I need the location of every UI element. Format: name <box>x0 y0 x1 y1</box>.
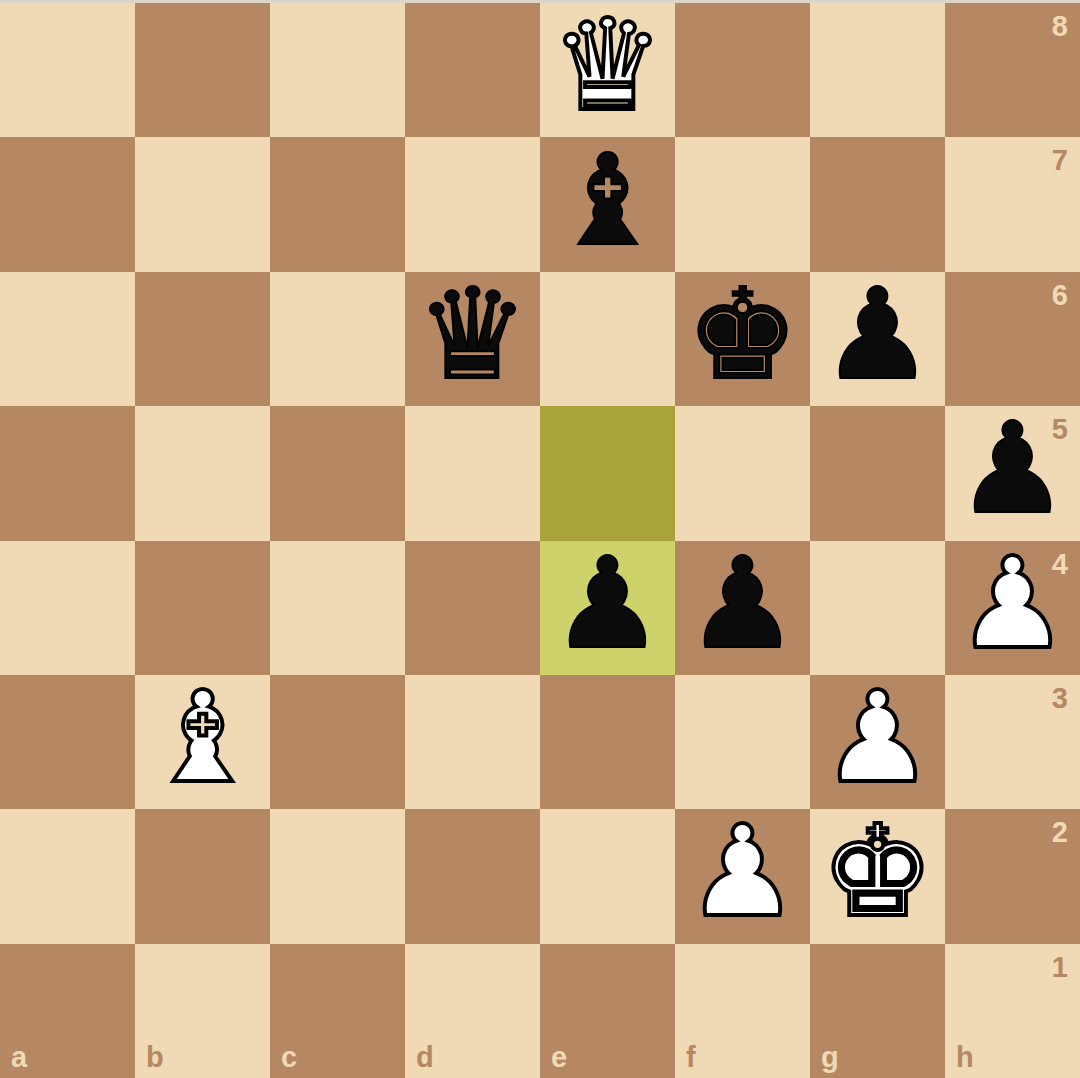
square-c6[interactable] <box>270 272 405 406</box>
square-h1[interactable]: 1h <box>945 944 1080 1078</box>
square-a3[interactable] <box>0 675 135 809</box>
square-b3[interactable]: ♝ <box>135 675 270 809</box>
white-pawn-icon[interactable]: ♟ <box>821 675 934 801</box>
white-bishop-icon[interactable]: ♝ <box>146 675 259 801</box>
file-label-d: d <box>416 1043 434 1072</box>
white-queen-icon[interactable]: ♛ <box>551 3 664 129</box>
square-g3[interactable]: ♟ <box>810 675 945 809</box>
square-b7[interactable] <box>135 137 270 271</box>
square-d8[interactable] <box>405 3 540 137</box>
square-a2[interactable] <box>0 809 135 943</box>
square-d5[interactable] <box>405 406 540 540</box>
square-e2[interactable] <box>540 809 675 943</box>
black-king-icon[interactable]: ♚ <box>686 272 799 398</box>
black-queen-icon[interactable]: ♛ <box>416 272 529 398</box>
square-h5[interactable]: ♟5 <box>945 406 1080 540</box>
square-d6[interactable]: ♛ <box>405 272 540 406</box>
file-label-e: e <box>551 1043 567 1072</box>
square-d1[interactable]: d <box>405 944 540 1078</box>
rank-label-7: 7 <box>1052 146 1068 175</box>
white-pawn-icon[interactable]: ♟ <box>956 541 1069 667</box>
chess-board: ♛8♝7♛♚♟6♟5♟♟♟4♝♟3♟♚2abcdefg1h <box>0 0 1080 1078</box>
square-f6[interactable]: ♚ <box>675 272 810 406</box>
square-e4[interactable]: ♟ <box>540 541 675 675</box>
square-e1[interactable]: e <box>540 944 675 1078</box>
black-pawn-icon[interactable]: ♟ <box>686 541 799 667</box>
square-f7[interactable] <box>675 137 810 271</box>
square-e5[interactable] <box>540 406 675 540</box>
square-f2[interactable]: ♟ <box>675 809 810 943</box>
square-c2[interactable] <box>270 809 405 943</box>
black-pawn-icon[interactable]: ♟ <box>956 406 1069 532</box>
square-h4[interactable]: ♟4 <box>945 541 1080 675</box>
square-h8[interactable]: 8 <box>945 3 1080 137</box>
file-label-b: b <box>146 1043 164 1072</box>
square-d7[interactable] <box>405 137 540 271</box>
square-c8[interactable] <box>270 3 405 137</box>
square-e8[interactable]: ♛ <box>540 3 675 137</box>
rank-label-3: 3 <box>1052 684 1068 713</box>
square-a1[interactable]: a <box>0 944 135 1078</box>
file-label-f: f <box>686 1043 696 1072</box>
square-f8[interactable] <box>675 3 810 137</box>
square-e7[interactable]: ♝ <box>540 137 675 271</box>
file-label-h: h <box>956 1043 974 1072</box>
square-g6[interactable]: ♟ <box>810 272 945 406</box>
square-c7[interactable] <box>270 137 405 271</box>
black-pawn-icon[interactable]: ♟ <box>821 272 934 398</box>
square-b5[interactable] <box>135 406 270 540</box>
white-pawn-icon[interactable]: ♟ <box>686 809 799 935</box>
square-a7[interactable] <box>0 137 135 271</box>
board-grid: ♛8♝7♛♚♟6♟5♟♟♟4♝♟3♟♚2abcdefg1h <box>0 3 1080 1078</box>
square-b8[interactable] <box>135 3 270 137</box>
file-label-g: g <box>821 1043 839 1072</box>
square-b2[interactable] <box>135 809 270 943</box>
square-c5[interactable] <box>270 406 405 540</box>
square-e3[interactable] <box>540 675 675 809</box>
square-h7[interactable]: 7 <box>945 137 1080 271</box>
square-h3[interactable]: 3 <box>945 675 1080 809</box>
rank-label-1: 1 <box>1052 953 1068 982</box>
square-b1[interactable]: b <box>135 944 270 1078</box>
square-d4[interactable] <box>405 541 540 675</box>
square-g7[interactable] <box>810 137 945 271</box>
black-pawn-icon[interactable]: ♟ <box>551 541 664 667</box>
square-d2[interactable] <box>405 809 540 943</box>
black-bishop-icon[interactable]: ♝ <box>551 138 664 264</box>
square-d3[interactable] <box>405 675 540 809</box>
file-label-a: a <box>11 1043 27 1072</box>
square-h2[interactable]: 2 <box>945 809 1080 943</box>
square-a6[interactable] <box>0 272 135 406</box>
square-a5[interactable] <box>0 406 135 540</box>
square-b6[interactable] <box>135 272 270 406</box>
rank-label-6: 6 <box>1052 281 1068 310</box>
rank-label-2: 2 <box>1052 818 1068 847</box>
square-g5[interactable] <box>810 406 945 540</box>
square-c4[interactable] <box>270 541 405 675</box>
file-label-c: c <box>281 1043 297 1072</box>
square-f3[interactable] <box>675 675 810 809</box>
square-c1[interactable]: c <box>270 944 405 1078</box>
rank-label-8: 8 <box>1052 12 1068 41</box>
square-g4[interactable] <box>810 541 945 675</box>
square-a8[interactable] <box>0 3 135 137</box>
square-a4[interactable] <box>0 541 135 675</box>
white-king-icon[interactable]: ♚ <box>821 809 934 935</box>
square-b4[interactable] <box>135 541 270 675</box>
square-g8[interactable] <box>810 3 945 137</box>
square-f4[interactable]: ♟ <box>675 541 810 675</box>
square-h6[interactable]: 6 <box>945 272 1080 406</box>
square-e6[interactable] <box>540 272 675 406</box>
square-f5[interactable] <box>675 406 810 540</box>
square-g1[interactable]: g <box>810 944 945 1078</box>
square-c3[interactable] <box>270 675 405 809</box>
square-g2[interactable]: ♚ <box>810 809 945 943</box>
square-f1[interactable]: f <box>675 944 810 1078</box>
